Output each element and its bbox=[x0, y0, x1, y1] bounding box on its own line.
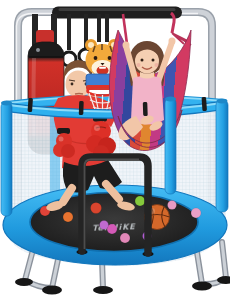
scene-canvas: TenHiKE bbox=[0, 0, 230, 300]
trampoline-product-photo: TenHiKE bbox=[0, 0, 230, 300]
